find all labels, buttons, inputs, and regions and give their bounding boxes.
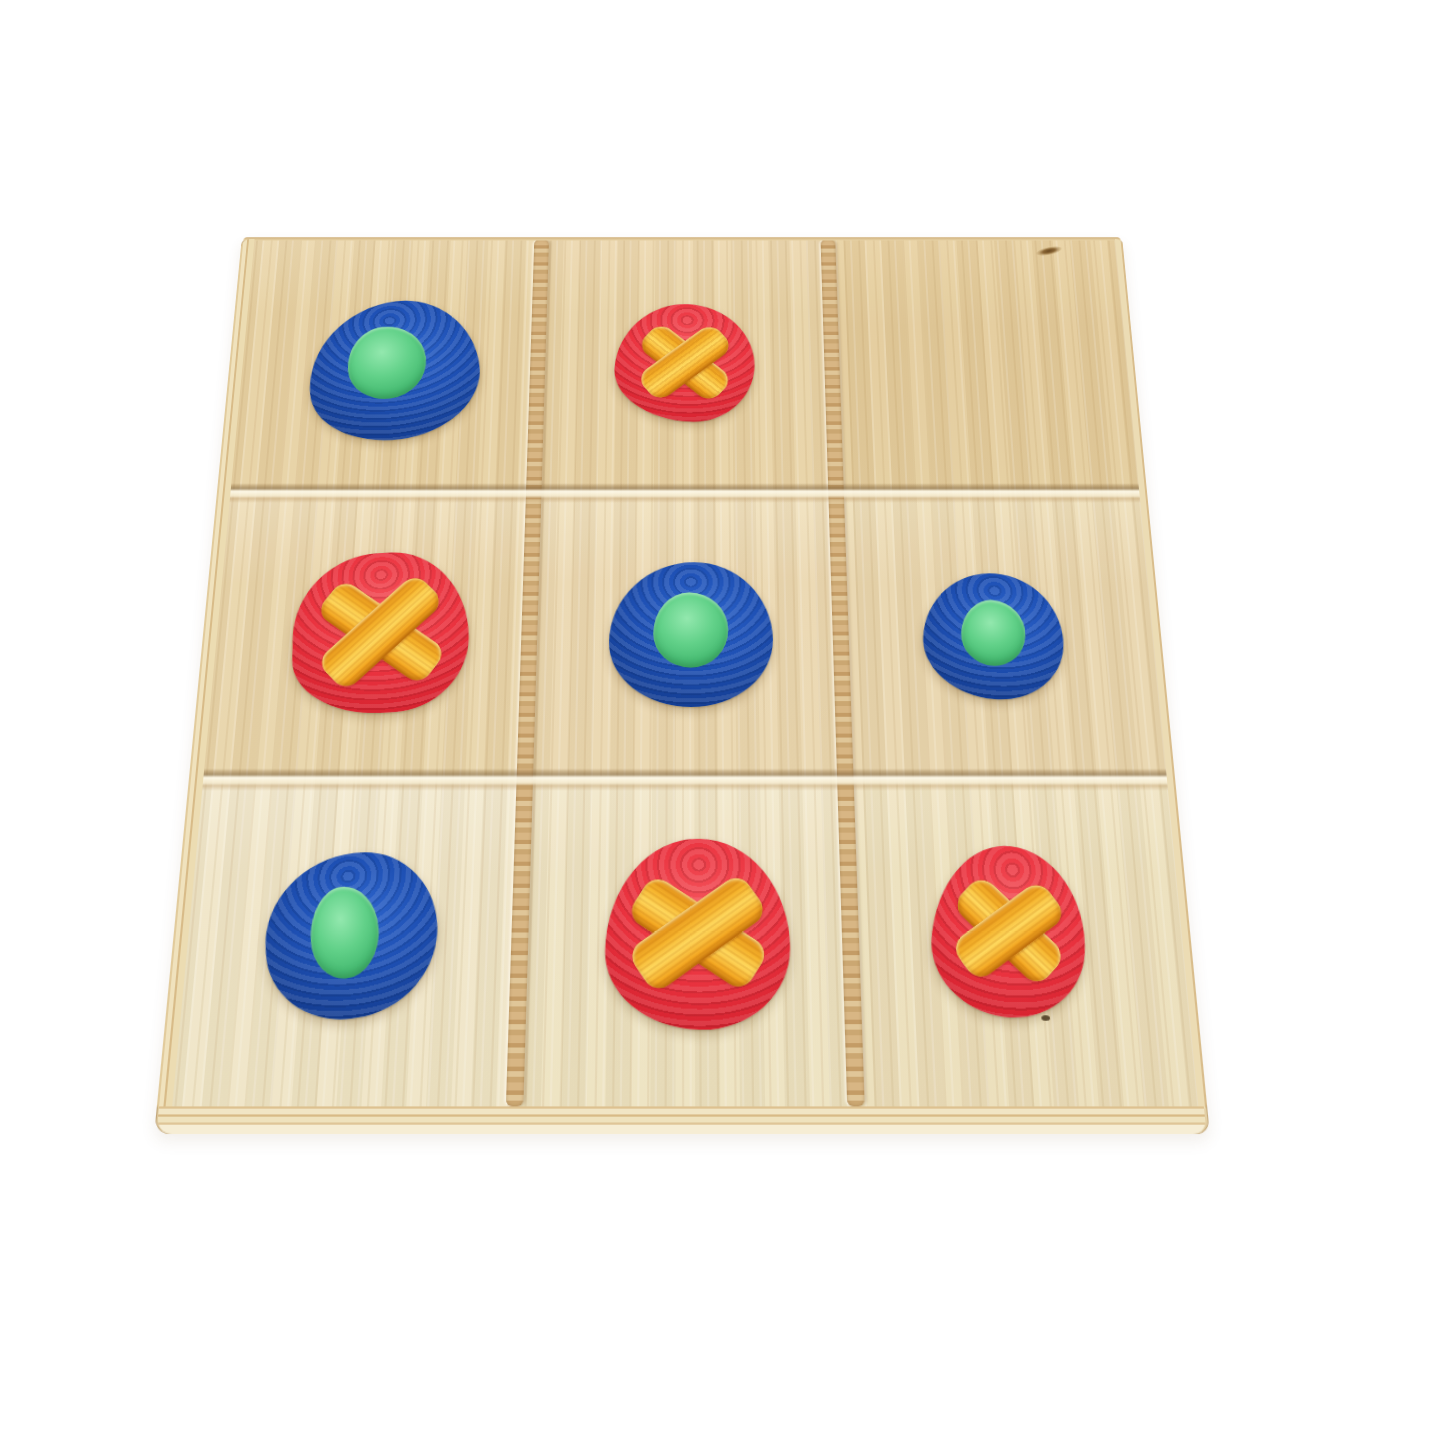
o-dot [345,322,429,403]
cell-r2c1[interactable] [203,496,533,783]
o-dot [653,593,729,668]
piece-x-shell[interactable] [926,837,1088,1026]
board-perspective-wrap [154,237,1210,1134]
o-dot [960,598,1026,668]
cell-r1c2[interactable] [533,240,836,496]
piece-o-shell[interactable] [304,292,486,450]
cell-r2c2[interactable] [524,496,845,783]
piece-o-shell[interactable] [920,567,1063,704]
piece-x-shell[interactable] [603,837,791,1031]
cell-r2c3[interactable] [836,496,1167,783]
cell-r3c2[interactable] [514,783,856,1107]
cell-r3c3[interactable] [846,783,1199,1107]
piece-o-shell[interactable] [608,562,774,707]
cell-r1c1[interactable] [230,240,541,496]
board-edge-bottom [156,1106,1206,1134]
tic-tac-toe-board [154,237,1210,1134]
wood-speck [1042,1015,1051,1021]
wood-knot [1035,244,1064,258]
piece-x-shell[interactable] [291,548,470,716]
cell-r1c3[interactable] [828,240,1139,496]
product-photo [0,0,1445,1445]
piece-o-shell[interactable] [263,843,444,1028]
cell-r3c1[interactable] [172,783,524,1107]
piece-x-shell[interactable] [611,301,757,425]
o-dot [308,882,382,982]
board-grid [172,240,1198,1107]
